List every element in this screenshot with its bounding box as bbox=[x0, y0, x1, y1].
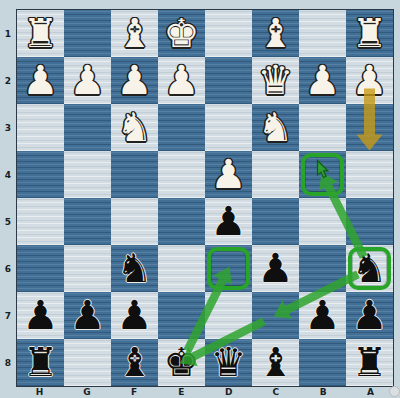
square-d2[interactable] bbox=[205, 57, 252, 104]
piece-white-bishop[interactable]: ♝ bbox=[252, 10, 299, 57]
piece-white-queen[interactable]: ♛ bbox=[252, 57, 299, 104]
highlight-square-d6 bbox=[207, 247, 250, 290]
piece-black-knight[interactable]: ♞ bbox=[346, 245, 393, 292]
square-c5[interactable] bbox=[252, 198, 299, 245]
square-d5[interactable]: ♟ bbox=[205, 198, 252, 245]
piece-black-pawn[interactable]: ♟ bbox=[111, 292, 158, 339]
square-f7[interactable]: ♟ bbox=[111, 292, 158, 339]
piece-black-pawn[interactable]: ♟ bbox=[299, 292, 346, 339]
piece-black-rook[interactable]: ♜ bbox=[17, 339, 64, 386]
piece-black-bishop[interactable]: ♝ bbox=[111, 339, 158, 386]
file-label-d: D bbox=[205, 385, 252, 398]
square-f4[interactable] bbox=[111, 151, 158, 198]
rank-label-3: 3 bbox=[0, 104, 16, 151]
piece-white-pawn[interactable]: ♟ bbox=[158, 57, 205, 104]
square-g5[interactable] bbox=[64, 198, 111, 245]
piece-white-rook[interactable]: ♜ bbox=[346, 10, 393, 57]
square-d6[interactable] bbox=[205, 245, 252, 292]
square-c2[interactable]: ♛ bbox=[252, 57, 299, 104]
piece-black-bishop[interactable]: ♝ bbox=[252, 339, 299, 386]
file-labels: HGFEDCBA bbox=[16, 385, 394, 398]
square-g4[interactable] bbox=[64, 151, 111, 198]
square-f8[interactable]: ♝ bbox=[111, 339, 158, 386]
square-c8[interactable]: ♝ bbox=[252, 339, 299, 386]
piece-black-king[interactable]: ♚ bbox=[158, 339, 205, 386]
square-b8[interactable] bbox=[299, 339, 346, 386]
piece-black-pawn[interactable]: ♟ bbox=[205, 198, 252, 245]
square-c1[interactable]: ♝ bbox=[252, 10, 299, 57]
square-c3[interactable]: ♞ bbox=[252, 104, 299, 151]
square-a4[interactable] bbox=[346, 151, 393, 198]
rank-labels: 12345678 bbox=[0, 10, 16, 386]
square-h1[interactable]: ♜ bbox=[17, 10, 64, 57]
square-c4[interactable] bbox=[252, 151, 299, 198]
square-b5[interactable] bbox=[299, 198, 346, 245]
rank-label-1: 1 bbox=[0, 10, 16, 57]
resize-handle-dot[interactable] bbox=[389, 386, 400, 397]
piece-black-pawn[interactable]: ♟ bbox=[64, 292, 111, 339]
rank-label-7: 7 bbox=[0, 292, 16, 339]
square-e7[interactable] bbox=[158, 292, 205, 339]
piece-black-pawn[interactable]: ♟ bbox=[346, 292, 393, 339]
piece-white-knight[interactable]: ♞ bbox=[252, 104, 299, 151]
square-a6[interactable]: ♞ bbox=[346, 245, 393, 292]
square-f5[interactable] bbox=[111, 198, 158, 245]
square-d3[interactable] bbox=[205, 104, 252, 151]
piece-white-pawn[interactable]: ♟ bbox=[346, 57, 393, 104]
square-f6[interactable]: ♞ bbox=[111, 245, 158, 292]
square-a1[interactable]: ♜ bbox=[346, 10, 393, 57]
square-g3[interactable] bbox=[64, 104, 111, 151]
square-d1[interactable] bbox=[205, 10, 252, 57]
square-a3[interactable] bbox=[346, 104, 393, 151]
square-e6[interactable] bbox=[158, 245, 205, 292]
rank-label-6: 6 bbox=[0, 245, 16, 292]
square-e5[interactable] bbox=[158, 198, 205, 245]
rank-label-2: 2 bbox=[0, 57, 16, 104]
square-f3[interactable]: ♞ bbox=[111, 104, 158, 151]
square-d4[interactable]: ♟ bbox=[205, 151, 252, 198]
square-f2[interactable]: ♟ bbox=[111, 57, 158, 104]
square-b3[interactable] bbox=[299, 104, 346, 151]
square-c7[interactable] bbox=[252, 292, 299, 339]
piece-black-knight[interactable]: ♞ bbox=[111, 245, 158, 292]
piece-white-pawn[interactable]: ♟ bbox=[111, 57, 158, 104]
piece-black-pawn[interactable]: ♟ bbox=[252, 245, 299, 292]
file-label-b: B bbox=[300, 385, 347, 398]
square-h8[interactable]: ♜ bbox=[17, 339, 64, 386]
piece-white-rook[interactable]: ♜ bbox=[17, 10, 64, 57]
square-h6[interactable] bbox=[17, 245, 64, 292]
square-f1[interactable]: ♝ bbox=[111, 10, 158, 57]
square-b4[interactable] bbox=[299, 151, 346, 198]
square-a7[interactable]: ♟ bbox=[346, 292, 393, 339]
file-label-f: F bbox=[111, 385, 158, 398]
square-a8[interactable]: ♜ bbox=[346, 339, 393, 386]
piece-white-pawn[interactable]: ♟ bbox=[17, 57, 64, 104]
square-g7[interactable]: ♟ bbox=[64, 292, 111, 339]
square-g6[interactable] bbox=[64, 245, 111, 292]
piece-white-pawn[interactable]: ♟ bbox=[64, 57, 111, 104]
piece-white-bishop[interactable]: ♝ bbox=[111, 10, 158, 57]
square-h7[interactable]: ♟ bbox=[17, 292, 64, 339]
piece-white-king[interactable]: ♚ bbox=[158, 10, 205, 57]
square-b6[interactable] bbox=[299, 245, 346, 292]
piece-white-pawn[interactable]: ♟ bbox=[299, 57, 346, 104]
file-label-c: C bbox=[252, 385, 299, 398]
square-g2[interactable]: ♟ bbox=[64, 57, 111, 104]
square-h4[interactable] bbox=[17, 151, 64, 198]
square-a2[interactable]: ♟ bbox=[346, 57, 393, 104]
piece-white-knight[interactable]: ♞ bbox=[111, 104, 158, 151]
square-c6[interactable]: ♟ bbox=[252, 245, 299, 292]
square-h3[interactable] bbox=[17, 104, 64, 151]
rank-label-8: 8 bbox=[0, 339, 16, 386]
square-h5[interactable] bbox=[17, 198, 64, 245]
file-label-g: G bbox=[63, 385, 110, 398]
piece-black-rook[interactable]: ♜ bbox=[346, 339, 393, 386]
square-d8[interactable]: ♛ bbox=[205, 339, 252, 386]
square-b1[interactable] bbox=[299, 10, 346, 57]
file-label-h: H bbox=[16, 385, 63, 398]
square-b7[interactable]: ♟ bbox=[299, 292, 346, 339]
file-label-a: A bbox=[347, 385, 394, 398]
square-d7[interactable] bbox=[205, 292, 252, 339]
square-e3[interactable] bbox=[158, 104, 205, 151]
piece-black-queen[interactable]: ♛ bbox=[205, 339, 252, 386]
highlight-square-b4 bbox=[301, 153, 344, 196]
square-e8[interactable]: ♚ bbox=[158, 339, 205, 386]
square-g8[interactable] bbox=[64, 339, 111, 386]
square-g1[interactable] bbox=[64, 10, 111, 57]
square-e1[interactable]: ♚ bbox=[158, 10, 205, 57]
chess-board-widget: 12345678 ♜♝♚♝♜♟♟♟♟♛♟♟♞♞♟♟♞♟♞♟♟♟♟♟♜♝♚♛♝♜ … bbox=[0, 0, 400, 398]
piece-white-pawn[interactable]: ♟ bbox=[205, 151, 252, 198]
file-label-e: E bbox=[158, 385, 205, 398]
square-h2[interactable]: ♟ bbox=[17, 57, 64, 104]
piece-black-pawn[interactable]: ♟ bbox=[17, 292, 64, 339]
square-b2[interactable]: ♟ bbox=[299, 57, 346, 104]
square-a5[interactable] bbox=[346, 198, 393, 245]
square-e4[interactable] bbox=[158, 151, 205, 198]
rank-label-5: 5 bbox=[0, 198, 16, 245]
rank-label-4: 4 bbox=[0, 151, 16, 198]
chess-board[interactable]: ♜♝♚♝♜♟♟♟♟♛♟♟♞♞♟♟♞♟♞♟♟♟♟♟♜♝♚♛♝♜ bbox=[16, 9, 394, 387]
square-e2[interactable]: ♟ bbox=[158, 57, 205, 104]
